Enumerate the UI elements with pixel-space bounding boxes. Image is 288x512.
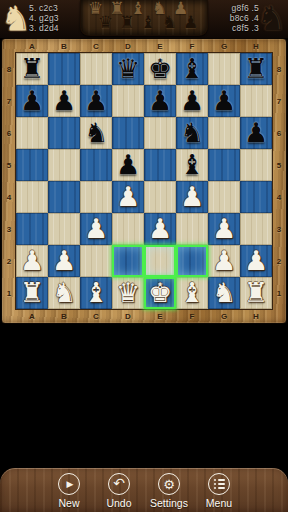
square-f4[interactable]: ♟ [176,181,208,213]
square-h4[interactable] [240,181,272,213]
file-label-c: C [80,39,112,53]
square-e1[interactable]: ♚ [144,277,176,309]
rank-label-4: 4 [2,181,16,213]
square-d8[interactable]: ♛ [112,53,144,85]
gear-icon: ⚙ [158,473,180,495]
captured-tray-row-black: ♛♜♝♞♟ [98,10,198,34]
captured-slot-knight: ♞ [162,10,177,34]
square-d4[interactable]: ♟ [112,181,144,213]
square-f8[interactable]: ♝ [176,53,208,85]
square-h7[interactable] [240,85,272,117]
piece-black-bishop[interactable]: ♝ [176,53,208,85]
piece-white-pawn[interactable]: ♟ [144,213,176,245]
settings-button[interactable]: ⚙Settings [146,473,193,509]
black-knight-icon: ♞ [257,0,287,38]
piece-black-pawn[interactable]: ♟ [144,85,176,117]
square-h5[interactable] [240,149,272,181]
piece-black-pawn[interactable]: ♟ [176,85,208,117]
piece-black-bishop[interactable]: ♝ [176,149,208,181]
file-label-g: G [208,39,240,53]
square-d3[interactable] [112,213,144,245]
rank-label-6: 6 [272,117,286,149]
piece-black-knight[interactable]: ♞ [80,117,112,149]
file-label-h: H [240,309,272,323]
white-move-line: 3. d2d4 [29,23,59,33]
rank-label-1: 1 [272,277,286,309]
rank-label-5: 5 [2,149,16,181]
piece-black-rook[interactable]: ♜ [240,53,272,85]
menu-button[interactable]: Menu [196,473,243,509]
piece-white-pawn[interactable]: ♟ [80,213,112,245]
square-h6[interactable]: ♟ [240,117,272,149]
square-c7[interactable]: ♟ [80,85,112,117]
piece-black-pawn[interactable]: ♟ [80,85,112,117]
square-a6[interactable] [16,117,48,149]
piece-white-pawn[interactable]: ♟ [112,181,144,213]
square-g1[interactable]: ♞ [208,277,240,309]
toolbar-button-label: Menu [206,497,232,509]
file-label-a: A [16,309,48,323]
piece-black-queen[interactable]: ♛ [112,53,144,85]
square-a5[interactable] [16,149,48,181]
square-c5[interactable] [80,149,112,181]
rank-label-3: 3 [272,213,286,245]
file-label-f: F [176,309,208,323]
piece-black-rook[interactable]: ♜ [16,53,48,85]
piece-white-bishop[interactable]: ♝ [80,277,112,309]
square-b6[interactable] [48,117,80,149]
square-a1[interactable]: ♜ [16,277,48,309]
file-label-e: E [144,309,176,323]
undo-button[interactable]: ↶Undo [96,473,143,509]
square-d7[interactable] [112,85,144,117]
board-grid: ♜♛♚♝♜♟♟♟♟♟♟♞♞♟♟♝♟♟♟♟♟♟♟♟♟♜♞♝♛♚♝♞♜ [16,53,272,309]
white-move-line: 5. c2c3 [29,3,59,13]
square-g2[interactable]: ♟ [208,245,240,277]
square-b4[interactable] [48,181,80,213]
piece-black-pawn[interactable]: ♟ [16,85,48,117]
square-g3[interactable]: ♟ [208,213,240,245]
square-b8[interactable] [48,53,80,85]
captured-pieces-tray: ♛♜♝♞♟ ♛♜♝♞♟ [80,0,208,36]
black-move-line: g8f6 .5 [230,3,259,13]
rank-label-1: 1 [2,277,16,309]
rank-label-7: 7 [272,85,286,117]
rank-label-2: 2 [272,245,286,277]
piece-black-pawn[interactable]: ♟ [48,85,80,117]
square-a4[interactable] [16,181,48,213]
piece-white-pawn[interactable]: ♟ [240,245,272,277]
square-d1[interactable]: ♛ [112,277,144,309]
captured-slot-rook: ♜ [119,10,134,34]
square-f1[interactable]: ♝ [176,277,208,309]
rank-labels-right: 87654321 [272,53,286,309]
piece-black-knight[interactable]: ♞ [176,117,208,149]
square-e2[interactable] [144,245,176,277]
square-c6[interactable]: ♞ [80,117,112,149]
rank-label-8: 8 [2,53,16,85]
black-move-line: b8c6 .4 [230,13,259,23]
piece-white-king[interactable]: ♚ [144,277,176,309]
top-status-bar: ♞ 5. c2c34. g2g33. d2d4 ♛♜♝♞♟ ♛♜♝♞♟ g8f6… [0,0,288,38]
square-c8[interactable] [80,53,112,85]
rank-label-7: 7 [2,85,16,117]
square-f7[interactable]: ♟ [176,85,208,117]
piece-black-pawn[interactable]: ♟ [240,117,272,149]
piece-white-pawn[interactable]: ♟ [208,245,240,277]
piece-white-pawn[interactable]: ♟ [48,245,80,277]
square-g7[interactable]: ♟ [208,85,240,117]
black-move-history: g8f6 .5b8c6 .4c8f5 .3 [230,3,259,33]
square-e7[interactable]: ♟ [144,85,176,117]
square-f3[interactable] [176,213,208,245]
toolbar-button-label: Settings [150,497,188,509]
square-h2[interactable]: ♟ [240,245,272,277]
file-label-e: E [144,39,176,53]
rank-label-5: 5 [272,149,286,181]
square-a7[interactable]: ♟ [16,85,48,117]
square-f5[interactable]: ♝ [176,149,208,181]
rank-labels-left: 87654321 [2,53,16,309]
captured-slot-bishop: ♝ [141,10,156,34]
file-label-b: B [48,309,80,323]
piece-black-pawn[interactable]: ♟ [112,149,144,181]
toolbar-button-label: Undo [106,497,131,509]
piece-white-pawn[interactable]: ♟ [16,245,48,277]
square-f6[interactable]: ♞ [176,117,208,149]
piece-white-queen[interactable]: ♛ [112,277,144,309]
file-label-g: G [208,309,240,323]
rank-label-4: 4 [272,181,286,213]
square-h3[interactable] [240,213,272,245]
piece-white-knight[interactable]: ♞ [48,277,80,309]
square-e8[interactable]: ♚ [144,53,176,85]
square-c3[interactable]: ♟ [80,213,112,245]
captured-slot-queen: ♛ [98,10,113,34]
piece-white-bishop[interactable]: ♝ [176,277,208,309]
square-b2[interactable]: ♟ [48,245,80,277]
white-knight-icon: ♞ [1,0,31,38]
rank-label-6: 6 [2,117,16,149]
piece-white-rook[interactable]: ♜ [16,277,48,309]
file-label-d: D [112,39,144,53]
square-c1[interactable]: ♝ [80,277,112,309]
square-a3[interactable] [16,213,48,245]
piece-white-pawn[interactable]: ♟ [176,181,208,213]
bottom-toolbar: ▶New↶Undo⚙SettingsMenu [0,468,288,512]
square-b5[interactable] [48,149,80,181]
black-move-line: c8f5 .3 [230,23,259,33]
file-label-c: C [80,309,112,323]
square-e3[interactable]: ♟ [144,213,176,245]
file-label-d: D [112,309,144,323]
square-h8[interactable]: ♜ [240,53,272,85]
square-b3[interactable] [48,213,80,245]
board-frame: ABCDEFGH 87654321 ♜♛♚♝♜♟♟♟♟♟♟♞♞♟♟♝♟♟♟♟♟♟… [1,38,287,324]
square-d6[interactable] [112,117,144,149]
piece-white-rook[interactable]: ♜ [240,277,272,309]
square-d2[interactable] [112,245,144,277]
rank-label-2: 2 [2,245,16,277]
play-icon: ▶ [58,473,80,495]
square-c2[interactable] [80,245,112,277]
file-label-h: H [240,39,272,53]
white-move-history: 5. c2c34. g2g33. d2d4 [29,3,59,33]
file-label-b: B [48,39,80,53]
rank-label-8: 8 [272,53,286,85]
piece-white-knight[interactable]: ♞ [208,277,240,309]
menu-list-icon [208,473,230,495]
file-labels-bottom: ABCDEFGH [16,309,272,323]
piece-white-pawn[interactable]: ♟ [208,213,240,245]
piece-black-pawn[interactable]: ♟ [208,85,240,117]
square-e6[interactable] [144,117,176,149]
square-c4[interactable] [80,181,112,213]
square-g4[interactable] [208,181,240,213]
square-d5[interactable]: ♟ [112,149,144,181]
square-f2[interactable] [176,245,208,277]
square-a8[interactable]: ♜ [16,53,48,85]
square-e5[interactable] [144,149,176,181]
white-move-line: 4. g2g3 [29,13,59,23]
file-labels-top: ABCDEFGH [16,39,272,53]
new-button[interactable]: ▶New [46,473,93,509]
square-g8[interactable] [208,53,240,85]
file-label-a: A [16,39,48,53]
piece-black-king[interactable]: ♚ [144,53,176,85]
chess-board: ABCDEFGH 87654321 ♜♛♚♝♜♟♟♟♟♟♟♞♞♟♟♝♟♟♟♟♟♟… [1,38,287,324]
toolbar-button-label: New [58,497,79,509]
rank-label-3: 3 [2,213,16,245]
square-g6[interactable] [208,117,240,149]
square-a2[interactable]: ♟ [16,245,48,277]
square-e4[interactable] [144,181,176,213]
captured-slot-pawn: ♟ [183,10,198,34]
square-h1[interactable]: ♜ [240,277,272,309]
square-b7[interactable]: ♟ [48,85,80,117]
square-g5[interactable] [208,149,240,181]
undo-icon: ↶ [108,473,130,495]
file-label-f: F [176,39,208,53]
square-b1[interactable]: ♞ [48,277,80,309]
